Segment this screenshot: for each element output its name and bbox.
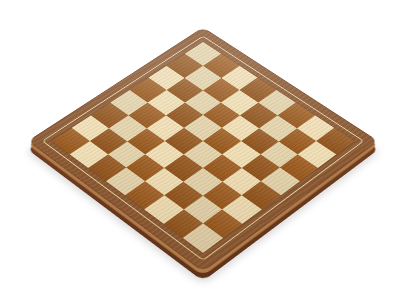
product-photo [0,0,400,300]
chess-board [28,27,379,272]
board-squares-grid [52,42,355,253]
board-frame [28,27,379,272]
